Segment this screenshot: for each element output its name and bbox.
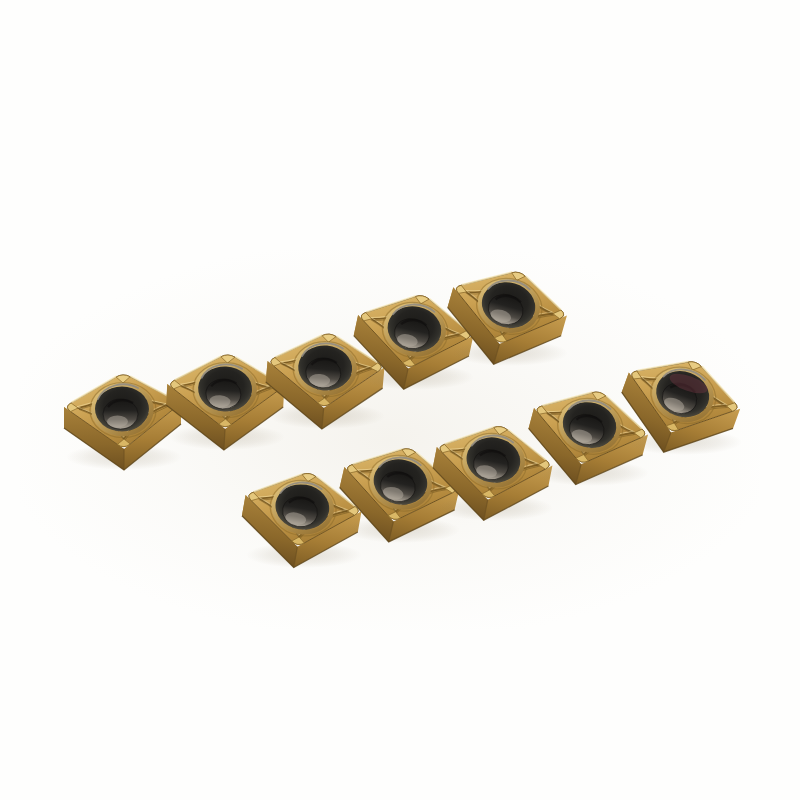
product-photo <box>0 0 800 800</box>
carbide-insert-5 <box>430 243 586 377</box>
carbide-insert-10 <box>604 332 760 466</box>
